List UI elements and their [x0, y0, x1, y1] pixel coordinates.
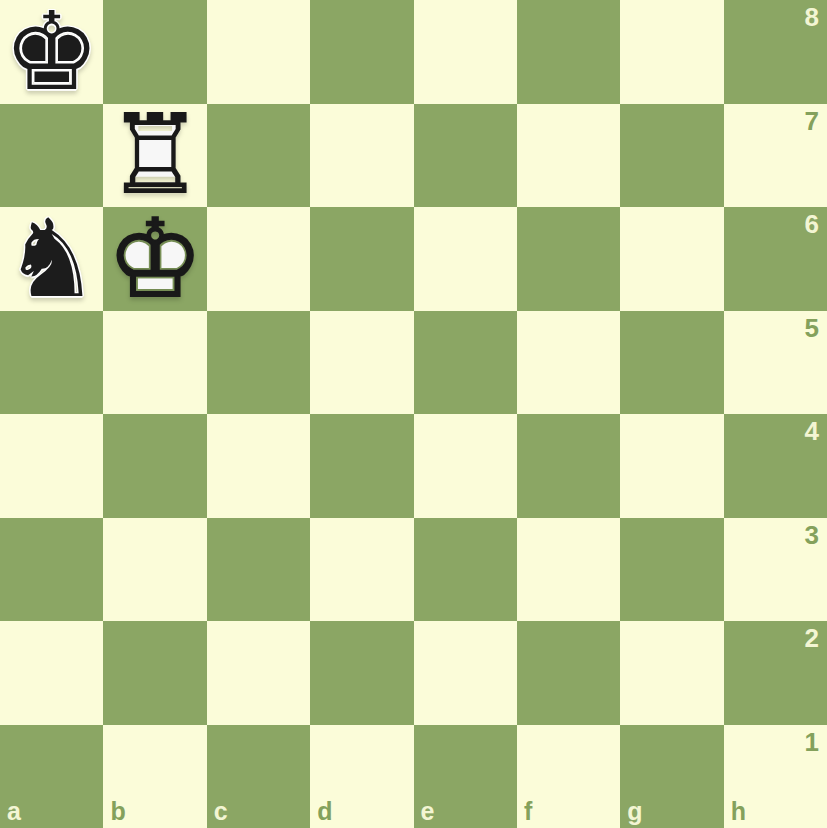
- square-f1[interactable]: f: [517, 725, 620, 828]
- square-d4[interactable]: [310, 414, 413, 518]
- square-h2[interactable]: 2: [724, 621, 827, 725]
- square-g1[interactable]: g: [620, 725, 723, 828]
- piece-black-king[interactable]: ♚: [0, 0, 103, 104]
- white-king-glyph: ♚: [103, 207, 206, 311]
- square-d8[interactable]: [310, 0, 413, 104]
- rank-label-8: 8: [805, 2, 819, 33]
- file-label-b: b: [110, 797, 125, 826]
- square-e7[interactable]: [414, 104, 517, 208]
- square-d5[interactable]: [310, 311, 413, 415]
- square-a7[interactable]: [0, 104, 103, 208]
- square-d7[interactable]: [310, 104, 413, 208]
- square-g4[interactable]: [620, 414, 723, 518]
- square-g2[interactable]: [620, 621, 723, 725]
- square-b6[interactable]: ♚♔: [103, 207, 206, 311]
- square-c2[interactable]: [207, 621, 310, 725]
- file-label-c: c: [214, 797, 228, 826]
- square-b8[interactable]: [103, 0, 206, 104]
- square-h5[interactable]: 5: [724, 311, 827, 415]
- square-a8[interactable]: ♚: [0, 0, 103, 104]
- white-king-outline: ♔: [103, 207, 206, 311]
- square-h4[interactable]: 4: [724, 414, 827, 518]
- file-label-g: g: [627, 797, 642, 826]
- square-h7[interactable]: 7: [724, 104, 827, 208]
- square-d1[interactable]: d: [310, 725, 413, 828]
- square-d2[interactable]: [310, 621, 413, 725]
- piece-white-king[interactable]: ♚♔: [103, 207, 206, 311]
- white-rook-outline: ♖: [103, 104, 206, 208]
- square-h8[interactable]: 8: [724, 0, 827, 104]
- square-d6[interactable]: [310, 207, 413, 311]
- square-f5[interactable]: [517, 311, 620, 415]
- square-a2[interactable]: [0, 621, 103, 725]
- square-b3[interactable]: [103, 518, 206, 622]
- white-rook-glyph: ♜: [103, 104, 206, 208]
- square-e1[interactable]: e: [414, 725, 517, 828]
- piece-black-knight[interactable]: ♞: [0, 207, 103, 311]
- square-d3[interactable]: [310, 518, 413, 622]
- square-b7[interactable]: ♜♖: [103, 104, 206, 208]
- square-c1[interactable]: c: [207, 725, 310, 828]
- file-label-h: h: [731, 797, 746, 826]
- square-b2[interactable]: [103, 621, 206, 725]
- square-h6[interactable]: 6: [724, 207, 827, 311]
- square-b1[interactable]: b: [103, 725, 206, 828]
- piece-white-rook[interactable]: ♜♖: [103, 104, 206, 208]
- square-c8[interactable]: [207, 0, 310, 104]
- file-label-a: a: [7, 797, 21, 826]
- square-c3[interactable]: [207, 518, 310, 622]
- square-f7[interactable]: [517, 104, 620, 208]
- rank-label-1: 1: [805, 727, 819, 758]
- square-a4[interactable]: [0, 414, 103, 518]
- square-c4[interactable]: [207, 414, 310, 518]
- square-g5[interactable]: [620, 311, 723, 415]
- square-e8[interactable]: [414, 0, 517, 104]
- square-e3[interactable]: [414, 518, 517, 622]
- square-g3[interactable]: [620, 518, 723, 622]
- square-e2[interactable]: [414, 621, 517, 725]
- black-king-glyph: ♚: [0, 0, 103, 104]
- file-label-d: d: [317, 797, 332, 826]
- square-f6[interactable]: [517, 207, 620, 311]
- square-e6[interactable]: [414, 207, 517, 311]
- square-g8[interactable]: [620, 0, 723, 104]
- square-f8[interactable]: [517, 0, 620, 104]
- rank-label-4: 4: [805, 416, 819, 447]
- square-e4[interactable]: [414, 414, 517, 518]
- square-g6[interactable]: [620, 207, 723, 311]
- square-a6[interactable]: ♞: [0, 207, 103, 311]
- square-f3[interactable]: [517, 518, 620, 622]
- square-a1[interactable]: a: [0, 725, 103, 828]
- rank-label-2: 2: [805, 623, 819, 654]
- square-h3[interactable]: 3: [724, 518, 827, 622]
- square-e5[interactable]: [414, 311, 517, 415]
- square-b4[interactable]: [103, 414, 206, 518]
- square-a3[interactable]: [0, 518, 103, 622]
- square-f2[interactable]: [517, 621, 620, 725]
- chess-board-window: ♚8♜♖7♞♚♔65432abcdefg1h: [0, 0, 827, 828]
- file-label-e: e: [421, 797, 435, 826]
- square-h1[interactable]: 1h: [724, 725, 827, 828]
- rank-label-7: 7: [805, 106, 819, 137]
- rank-label-3: 3: [805, 520, 819, 551]
- square-b5[interactable]: [103, 311, 206, 415]
- square-g7[interactable]: [620, 104, 723, 208]
- square-c7[interactable]: [207, 104, 310, 208]
- square-c5[interactable]: [207, 311, 310, 415]
- rank-label-6: 6: [805, 209, 819, 240]
- file-label-f: f: [524, 797, 532, 826]
- square-c6[interactable]: [207, 207, 310, 311]
- square-a5[interactable]: [0, 311, 103, 415]
- square-f4[interactable]: [517, 414, 620, 518]
- rank-label-5: 5: [805, 313, 819, 344]
- black-knight-glyph: ♞: [0, 207, 103, 311]
- chess-board: ♚8♜♖7♞♚♔65432abcdefg1h: [0, 0, 827, 828]
